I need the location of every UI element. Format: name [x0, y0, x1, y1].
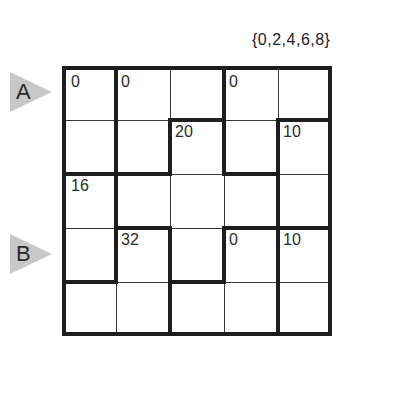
- cage-border-segment: [114, 68, 119, 123]
- cage-clue: 10: [283, 231, 301, 249]
- cage-border-segment: [276, 226, 281, 285]
- cell-r2c2[interactable]: [170, 174, 224, 228]
- cage-border-segment: [276, 118, 281, 177]
- cell-r0c4[interactable]: [278, 70, 328, 120]
- cage-border-segment: [168, 118, 227, 123]
- cage-clue: 0: [71, 73, 80, 91]
- cell-r3c0[interactable]: [66, 228, 116, 282]
- cage-clue: 0: [121, 73, 130, 91]
- cage-clue: 20: [175, 123, 193, 141]
- cell-r4c1[interactable]: [116, 282, 170, 332]
- cell-r2c3[interactable]: [224, 174, 278, 228]
- cage-border-segment: [114, 226, 173, 231]
- cell-r4c2[interactable]: [170, 282, 224, 332]
- cage-border-segment: [114, 172, 119, 231]
- cage-clue: 16: [71, 177, 89, 195]
- cage-clue: 32: [121, 231, 139, 249]
- cage-clue: 0: [229, 73, 238, 91]
- cell-r1c1[interactable]: [116, 120, 170, 174]
- answer-marker-b: B: [10, 234, 54, 274]
- cage-clue: 10: [283, 123, 301, 141]
- cell-r2c4[interactable]: [278, 174, 328, 228]
- cage-border-segment: [114, 172, 173, 177]
- cage-border-segment: [222, 68, 227, 123]
- cage-border-segment: [222, 118, 227, 177]
- digit-set-label: {0,2,4,6,8}: [252, 31, 330, 49]
- cage-border-segment: [168, 280, 173, 335]
- cage-border-segment: [276, 226, 331, 231]
- cage-border-segment: [276, 280, 281, 335]
- puzzle-page: {0,2,4,6,8} A B 00020101632010: [0, 0, 398, 400]
- cage-border-segment: [168, 226, 173, 285]
- cage-border-segment: [222, 226, 227, 285]
- cell-r4c4[interactable]: [278, 282, 328, 332]
- cage-border-segment: [222, 172, 281, 177]
- answer-marker-a: A: [10, 72, 54, 112]
- cage-border-segment: [276, 118, 331, 123]
- cage-border-segment: [276, 172, 281, 231]
- cage-border-segment: [64, 280, 119, 285]
- puzzle-board: 00020101632010: [62, 66, 332, 336]
- cell-r3c2[interactable]: [170, 228, 224, 282]
- cell-r2c1[interactable]: [116, 174, 170, 228]
- cell-r0c2[interactable]: [170, 70, 224, 120]
- cage-border-segment: [168, 118, 173, 177]
- cage-border-segment: [168, 280, 227, 285]
- cage-border-segment: [114, 226, 119, 285]
- cage-border-segment: [64, 172, 119, 177]
- cell-r4c3[interactable]: [224, 282, 278, 332]
- marker-b-label: B: [16, 242, 31, 266]
- cage-clue: 0: [229, 231, 238, 249]
- cell-r1c3[interactable]: [224, 120, 278, 174]
- cage-border-segment: [114, 118, 119, 177]
- cell-r4c0[interactable]: [66, 282, 116, 332]
- cell-r1c0[interactable]: [66, 120, 116, 174]
- cage-border-segment: [222, 226, 281, 231]
- marker-a-label: A: [16, 80, 31, 104]
